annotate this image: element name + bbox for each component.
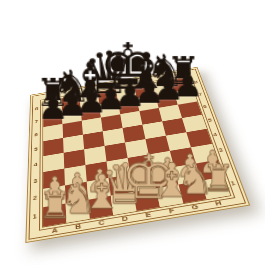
square-c5[interactable] <box>83 131 105 149</box>
square-h5[interactable] <box>182 115 207 133</box>
photo-background: ABCDEFGH 87654321 87654321 ABCDEFGH ♜♞♝♛… <box>0 0 265 265</box>
chess-board: ABCDEFGH 87654321 87654321 ABCDEFGH ♜♞♝♛… <box>25 67 250 243</box>
square-h1[interactable]: ♜ <box>201 177 230 199</box>
board-grid: ♜♞♝♛♚♝♞♜♟♟♟♟♟♟♟♟♟♟♟♟♟♟♟♟♜♞♝♛♚♝♞♜ <box>42 77 231 228</box>
square-e6[interactable] <box>120 111 142 128</box>
black-pawn-h7[interactable]: ♟ <box>172 68 203 103</box>
board-tilt-wrapper: ABCDEFGH 87654321 87654321 ABCDEFGH ♜♞♝♛… <box>4 22 244 262</box>
square-e5[interactable] <box>123 125 146 143</box>
white-rook-h1[interactable]: ♜ <box>202 160 235 197</box>
board-border: ABCDEFGH 87654321 87654321 ABCDEFGH ♜♞♝♛… <box>25 67 250 243</box>
